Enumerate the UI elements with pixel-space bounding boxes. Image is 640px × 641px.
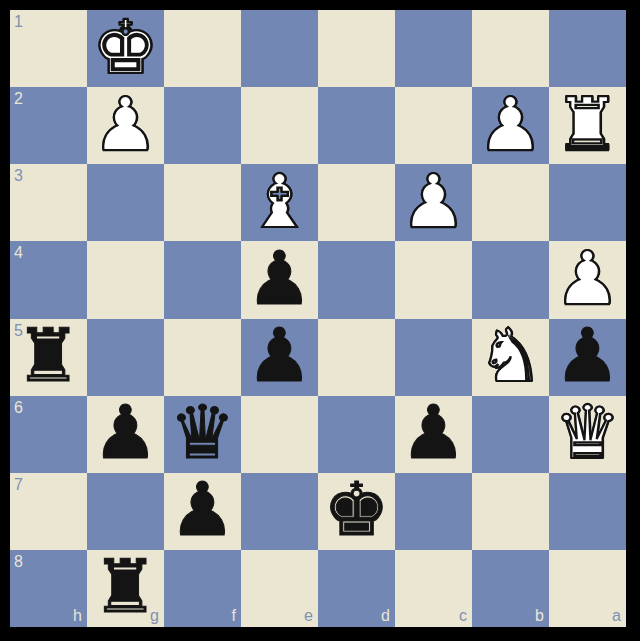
- square-g8[interactable]: g♜: [87, 550, 164, 627]
- square-b8[interactable]: b: [472, 550, 549, 627]
- square-f2[interactable]: [164, 87, 241, 164]
- piece-white-king[interactable]: ♚: [92, 10, 158, 84]
- square-d6[interactable]: [318, 396, 395, 473]
- square-f8[interactable]: f: [164, 550, 241, 627]
- square-f7[interactable]: ♟: [164, 473, 241, 550]
- square-e7[interactable]: [241, 473, 318, 550]
- board-frame: 1♚2♟♟♜3♝♟4♟♟5♜♟♞♟6♟♛♟♛7♟♚8hg♜fedcba: [0, 0, 640, 641]
- square-c1[interactable]: [395, 10, 472, 87]
- square-f3[interactable]: [164, 164, 241, 241]
- square-c8[interactable]: c: [395, 550, 472, 627]
- square-g5[interactable]: [87, 319, 164, 396]
- piece-black-pawn[interactable]: ♟: [246, 241, 312, 315]
- piece-white-bishop[interactable]: ♝: [246, 164, 312, 238]
- square-e4[interactable]: ♟: [241, 241, 318, 318]
- square-c5[interactable]: [395, 319, 472, 396]
- square-g6[interactable]: ♟: [87, 396, 164, 473]
- file-label-d: d: [381, 608, 390, 624]
- square-h1[interactable]: 1: [10, 10, 87, 87]
- file-label-c: c: [459, 608, 467, 624]
- square-h2[interactable]: 2: [10, 87, 87, 164]
- square-h5[interactable]: 5♜: [10, 319, 87, 396]
- square-e3[interactable]: ♝: [241, 164, 318, 241]
- file-label-e: e: [304, 608, 313, 624]
- square-e1[interactable]: [241, 10, 318, 87]
- file-label-b: b: [535, 608, 544, 624]
- piece-black-rook[interactable]: ♜: [92, 549, 158, 623]
- piece-black-rook[interactable]: ♜: [15, 318, 81, 392]
- square-b7[interactable]: [472, 473, 549, 550]
- square-b6[interactable]: [472, 396, 549, 473]
- rank-label-7: 7: [14, 477, 23, 493]
- file-label-a: a: [612, 608, 621, 624]
- square-b1[interactable]: [472, 10, 549, 87]
- rank-label-3: 3: [14, 168, 23, 184]
- square-f4[interactable]: [164, 241, 241, 318]
- rank-label-2: 2: [14, 91, 23, 107]
- square-d3[interactable]: [318, 164, 395, 241]
- square-h4[interactable]: 4: [10, 241, 87, 318]
- rank-label-6: 6: [14, 400, 23, 416]
- square-a2[interactable]: ♜: [549, 87, 626, 164]
- square-g7[interactable]: [87, 473, 164, 550]
- square-f1[interactable]: [164, 10, 241, 87]
- square-a3[interactable]: [549, 164, 626, 241]
- square-e2[interactable]: [241, 87, 318, 164]
- piece-white-knight[interactable]: ♞: [477, 318, 543, 392]
- square-a6[interactable]: ♛: [549, 396, 626, 473]
- piece-white-pawn[interactable]: ♟: [92, 87, 158, 161]
- square-h6[interactable]: 6: [10, 396, 87, 473]
- square-b5[interactable]: ♞: [472, 319, 549, 396]
- square-g4[interactable]: [87, 241, 164, 318]
- square-d8[interactable]: d: [318, 550, 395, 627]
- square-d2[interactable]: [318, 87, 395, 164]
- square-a8[interactable]: a: [549, 550, 626, 627]
- square-c7[interactable]: [395, 473, 472, 550]
- square-e6[interactable]: [241, 396, 318, 473]
- square-h3[interactable]: 3: [10, 164, 87, 241]
- piece-black-pawn[interactable]: ♟: [554, 318, 620, 392]
- file-label-f: f: [232, 608, 236, 624]
- piece-black-queen[interactable]: ♛: [169, 395, 235, 469]
- square-c2[interactable]: [395, 87, 472, 164]
- rank-label-4: 4: [14, 245, 23, 261]
- square-a7[interactable]: [549, 473, 626, 550]
- chess-board: 1♚2♟♟♜3♝♟4♟♟5♜♟♞♟6♟♛♟♛7♟♚8hg♜fedcba: [10, 10, 626, 627]
- square-c4[interactable]: [395, 241, 472, 318]
- piece-white-rook[interactable]: ♜: [554, 87, 620, 161]
- square-g1[interactable]: ♚: [87, 10, 164, 87]
- square-b3[interactable]: [472, 164, 549, 241]
- piece-black-pawn[interactable]: ♟: [246, 318, 312, 392]
- square-c3[interactable]: ♟: [395, 164, 472, 241]
- square-e8[interactable]: e: [241, 550, 318, 627]
- square-d7[interactable]: ♚: [318, 473, 395, 550]
- piece-black-king[interactable]: ♚: [323, 472, 389, 546]
- piece-white-queen[interactable]: ♛: [554, 395, 620, 469]
- square-f6[interactable]: ♛: [164, 396, 241, 473]
- rank-label-8: 8: [14, 554, 23, 570]
- piece-white-pawn[interactable]: ♟: [554, 241, 620, 315]
- piece-white-pawn[interactable]: ♟: [477, 87, 543, 161]
- piece-white-pawn[interactable]: ♟: [400, 164, 466, 238]
- square-a5[interactable]: ♟: [549, 319, 626, 396]
- square-d5[interactable]: [318, 319, 395, 396]
- square-a4[interactable]: ♟: [549, 241, 626, 318]
- square-h8[interactable]: 8h: [10, 550, 87, 627]
- square-h7[interactable]: 7: [10, 473, 87, 550]
- rank-label-1: 1: [14, 14, 23, 30]
- square-g3[interactable]: [87, 164, 164, 241]
- square-e5[interactable]: ♟: [241, 319, 318, 396]
- piece-black-pawn[interactable]: ♟: [92, 395, 158, 469]
- piece-black-pawn[interactable]: ♟: [400, 395, 466, 469]
- square-f5[interactable]: [164, 319, 241, 396]
- square-d1[interactable]: [318, 10, 395, 87]
- square-b2[interactable]: ♟: [472, 87, 549, 164]
- square-a1[interactable]: [549, 10, 626, 87]
- square-d4[interactable]: [318, 241, 395, 318]
- square-g2[interactable]: ♟: [87, 87, 164, 164]
- file-label-h: h: [73, 608, 82, 624]
- square-c6[interactable]: ♟: [395, 396, 472, 473]
- square-b4[interactable]: [472, 241, 549, 318]
- piece-black-pawn[interactable]: ♟: [169, 472, 235, 546]
